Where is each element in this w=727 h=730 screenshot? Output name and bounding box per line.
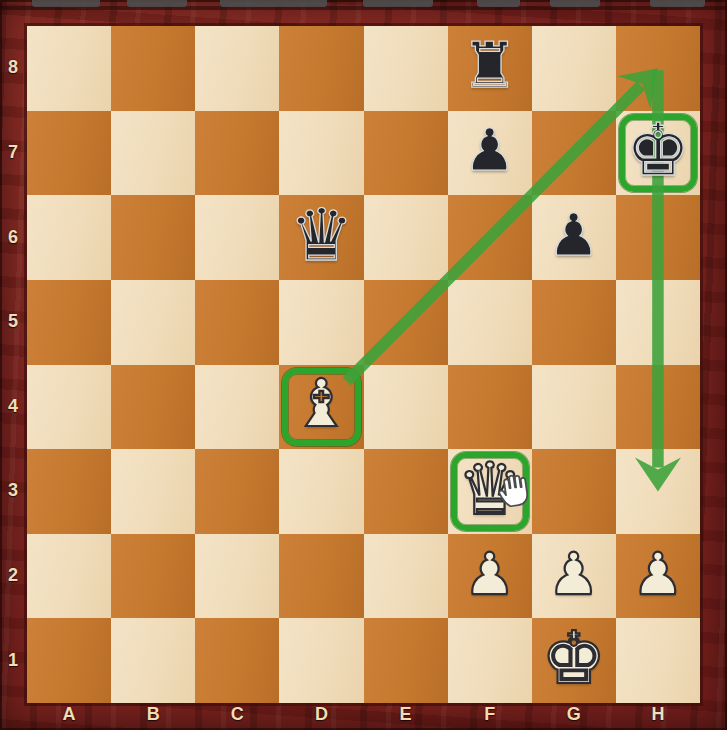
square-b2[interactable]	[111, 534, 195, 619]
rank-label-2: 2	[4, 565, 22, 586]
square-a4[interactable]	[27, 365, 111, 450]
black-king-h7[interactable]: ♚	[616, 111, 700, 196]
crop-artifact	[127, 0, 187, 7]
square-e8[interactable]	[364, 26, 448, 111]
square-a2[interactable]	[27, 534, 111, 619]
square-a1[interactable]	[27, 618, 111, 703]
square-h3[interactable]	[616, 449, 700, 534]
square-d8[interactable]	[279, 26, 363, 111]
square-f5[interactable]	[448, 280, 532, 365]
square-b1[interactable]	[111, 618, 195, 703]
crop-artifact	[32, 0, 100, 7]
square-e6[interactable]	[364, 195, 448, 280]
file-label-B: B	[142, 704, 164, 725]
file-label-F: F	[479, 704, 501, 725]
square-e2[interactable]	[364, 534, 448, 619]
square-c4[interactable]	[195, 365, 279, 450]
square-b8[interactable]	[111, 26, 195, 111]
square-h8[interactable]	[616, 26, 700, 111]
crop-artifact	[650, 0, 705, 7]
white-king-g1[interactable]: ♚	[532, 618, 616, 703]
hand-grab-cursor-icon	[491, 465, 537, 514]
crop-artifact	[550, 0, 600, 7]
screen-crop-artifacts	[0, 0, 727, 10]
square-b4[interactable]	[111, 365, 195, 450]
file-label-D: D	[310, 704, 332, 725]
square-g4[interactable]	[532, 365, 616, 450]
crop-artifact	[363, 0, 433, 7]
white-pawn-h2[interactable]: ♟	[616, 534, 700, 619]
rank-label-4: 4	[4, 396, 22, 417]
rank-label-5: 5	[4, 311, 22, 332]
square-e5[interactable]	[364, 280, 448, 365]
square-c5[interactable]	[195, 280, 279, 365]
square-h6[interactable]	[616, 195, 700, 280]
square-a7[interactable]	[27, 111, 111, 196]
square-b5[interactable]	[111, 280, 195, 365]
white-pawn-g2[interactable]: ♟	[532, 534, 616, 619]
square-e1[interactable]	[364, 618, 448, 703]
black-pawn-f7[interactable]: ♟	[448, 111, 532, 196]
file-label-C: C	[226, 704, 248, 725]
square-g5[interactable]	[532, 280, 616, 365]
square-c1[interactable]	[195, 618, 279, 703]
white-pawn-f2[interactable]: ♟	[448, 534, 532, 619]
square-h4[interactable]	[616, 365, 700, 450]
square-h5[interactable]	[616, 280, 700, 365]
square-c8[interactable]	[195, 26, 279, 111]
square-d3[interactable]	[279, 449, 363, 534]
square-c7[interactable]	[195, 111, 279, 196]
square-h1[interactable]	[616, 618, 700, 703]
black-queen-d6[interactable]: ♛	[279, 195, 363, 280]
square-d2[interactable]	[279, 534, 363, 619]
square-b7[interactable]	[111, 111, 195, 196]
square-e7[interactable]	[364, 111, 448, 196]
file-label-A: A	[58, 704, 80, 725]
rank-label-8: 8	[4, 57, 22, 78]
file-label-H: H	[647, 704, 669, 725]
crop-artifact	[477, 0, 520, 7]
square-g8[interactable]	[532, 26, 616, 111]
square-f4[interactable]	[448, 365, 532, 450]
square-a8[interactable]	[27, 26, 111, 111]
chessboard-frame: ♜♟♚♛♟♝♛♟♟♟♚ 87654321ABCDEFGH	[0, 0, 727, 730]
square-c3[interactable]	[195, 449, 279, 534]
crop-artifact	[220, 0, 327, 7]
square-b6[interactable]	[111, 195, 195, 280]
square-d7[interactable]	[279, 111, 363, 196]
square-b3[interactable]	[111, 449, 195, 534]
rank-label-1: 1	[4, 650, 22, 671]
square-c2[interactable]	[195, 534, 279, 619]
rank-label-7: 7	[4, 142, 22, 163]
square-g7[interactable]	[532, 111, 616, 196]
rank-label-3: 3	[4, 480, 22, 501]
black-rook-f8[interactable]: ♜	[448, 26, 532, 111]
file-label-G: G	[563, 704, 585, 725]
square-a3[interactable]	[27, 449, 111, 534]
square-c6[interactable]	[195, 195, 279, 280]
square-e3[interactable]	[364, 449, 448, 534]
square-d5[interactable]	[279, 280, 363, 365]
rank-label-6: 6	[4, 227, 22, 248]
file-label-E: E	[395, 704, 417, 725]
square-g3[interactable]	[532, 449, 616, 534]
black-pawn-g6[interactable]: ♟	[532, 195, 616, 280]
white-bishop-d4[interactable]: ♝	[279, 365, 363, 450]
square-d1[interactable]	[279, 618, 363, 703]
square-a6[interactable]	[27, 195, 111, 280]
square-e4[interactable]	[364, 365, 448, 450]
square-a5[interactable]	[27, 280, 111, 365]
square-f1[interactable]	[448, 618, 532, 703]
square-f6[interactable]	[448, 195, 532, 280]
